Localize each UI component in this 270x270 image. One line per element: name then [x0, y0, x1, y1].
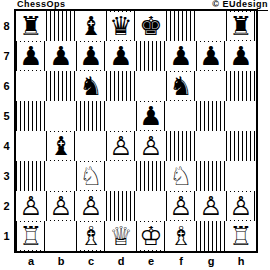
square-e6[interactable] [136, 71, 166, 101]
black-rook-piece[interactable]: ♜ [19, 12, 42, 40]
black-bishop-piece[interactable]: ♝ [48, 132, 73, 160]
square-d6[interactable] [106, 71, 136, 101]
square-c8[interactable]: ♝ [76, 11, 106, 41]
square-f1[interactable]: ♗ [166, 221, 196, 251]
file-label-h: h [226, 254, 256, 268]
rank-label-6: 6 [0, 71, 13, 101]
square-f2[interactable]: ♙ [166, 191, 196, 221]
square-b8[interactable] [46, 11, 76, 41]
black-pawn-piece[interactable]: ♟ [18, 42, 43, 70]
square-f5[interactable] [166, 101, 196, 131]
square-h6[interactable] [226, 71, 256, 101]
rank-label-2: 2 [0, 191, 13, 221]
square-h7[interactable]: ♟ [226, 41, 256, 71]
black-knight-piece[interactable]: ♞ [79, 72, 102, 100]
square-f6[interactable]: ♞ [166, 71, 196, 101]
square-h4[interactable] [226, 131, 256, 161]
white-pawn-piece[interactable]: ♙ [139, 132, 162, 160]
black-knight-piece[interactable]: ♞ [168, 72, 193, 100]
square-f4[interactable] [166, 131, 196, 161]
black-queen-piece[interactable]: ♛ [108, 12, 133, 40]
square-e3[interactable] [136, 161, 166, 191]
file-label-e: e [136, 254, 166, 268]
square-f3[interactable]: ♘ [166, 161, 196, 191]
square-a3[interactable] [16, 161, 46, 191]
square-c1[interactable]: ♗ [76, 221, 106, 251]
square-a1[interactable]: ♖ [16, 221, 46, 251]
square-a8[interactable]: ♜ [16, 11, 46, 41]
board-frame: ♜♝♛♚♜♟♟♟♟♟♟♟♞♞♟♝♙♙♘♘♙♙♙♙♙♙♖♗♕♔♗♖ [14, 9, 258, 253]
file-label-d: d [106, 254, 136, 268]
file-label-f: f [166, 254, 196, 268]
white-rook-piece[interactable]: ♖ [18, 222, 43, 250]
black-bishop-piece[interactable]: ♝ [79, 12, 102, 40]
square-d2[interactable] [106, 191, 136, 221]
square-a2[interactable]: ♙ [16, 191, 46, 221]
white-pawn-piece[interactable]: ♙ [19, 192, 42, 220]
square-c6[interactable]: ♞ [76, 71, 106, 101]
rank-label-3: 3 [0, 161, 13, 191]
board: ♜♝♛♚♜♟♟♟♟♟♟♟♞♞♟♝♙♙♘♘♙♙♙♙♙♙♖♗♕♔♗♖ [16, 11, 256, 251]
white-rook-piece[interactable]: ♖ [229, 222, 252, 250]
square-c2[interactable]: ♙ [76, 191, 106, 221]
square-b4[interactable]: ♝ [46, 131, 76, 161]
square-a5[interactable] [16, 101, 46, 131]
white-pawn-piece[interactable]: ♙ [199, 192, 222, 220]
black-pawn-piece[interactable]: ♟ [138, 102, 163, 130]
rank-label-4: 4 [0, 131, 13, 161]
white-pawn-piece[interactable]: ♙ [108, 132, 133, 160]
white-bishop-piece[interactable]: ♗ [78, 222, 103, 250]
black-king-piece[interactable]: ♚ [139, 12, 162, 40]
rank-label-1: 1 [0, 221, 13, 251]
square-h5[interactable] [226, 101, 256, 131]
square-b7[interactable]: ♟ [46, 41, 76, 71]
square-b6[interactable] [46, 71, 76, 101]
square-c3[interactable]: ♘ [76, 161, 106, 191]
square-d4[interactable]: ♙ [106, 131, 136, 161]
square-d1[interactable]: ♕ [106, 221, 136, 251]
square-g6[interactable] [196, 71, 226, 101]
square-g1[interactable] [196, 221, 226, 251]
square-d8[interactable]: ♛ [106, 11, 136, 41]
square-a6[interactable] [16, 71, 46, 101]
square-e8[interactable]: ♚ [136, 11, 166, 41]
square-e5[interactable]: ♟ [136, 101, 166, 131]
square-e1[interactable]: ♔ [136, 221, 166, 251]
square-b2[interactable]: ♙ [46, 191, 76, 221]
chess-diagram: ChessOps © EUdesign ♜♝♛♚♜♟♟♟♟♟♟♟♞♞♟♝♙♙♘♘… [0, 0, 270, 270]
white-knight-piece[interactable]: ♘ [78, 162, 103, 190]
square-b5[interactable] [46, 101, 76, 131]
file-label-g: g [196, 254, 226, 268]
square-d3[interactable] [106, 161, 136, 191]
square-h3[interactable] [226, 161, 256, 191]
square-h1[interactable]: ♖ [226, 221, 256, 251]
white-knight-piece[interactable]: ♘ [169, 162, 192, 190]
white-pawn-piece[interactable]: ♙ [79, 192, 102, 220]
square-f8[interactable] [166, 11, 196, 41]
square-a4[interactable] [16, 131, 46, 161]
square-a7[interactable]: ♟ [16, 41, 46, 71]
square-c4[interactable] [76, 131, 106, 161]
square-d5[interactable] [106, 101, 136, 131]
rank-label-7: 7 [0, 41, 13, 71]
black-pawn-piece[interactable]: ♟ [49, 42, 72, 70]
square-c5[interactable] [76, 101, 106, 131]
rank-label-5: 5 [0, 101, 13, 131]
square-g2[interactable]: ♙ [196, 191, 226, 221]
square-b3[interactable] [46, 161, 76, 191]
square-b1[interactable] [46, 221, 76, 251]
black-rook-piece[interactable]: ♜ [228, 12, 253, 40]
square-g7[interactable]: ♟ [196, 41, 226, 71]
file-label-c: c [76, 254, 106, 268]
square-h8[interactable]: ♜ [226, 11, 256, 41]
black-pawn-piece[interactable]: ♟ [109, 42, 132, 70]
square-h2[interactable]: ♙ [226, 191, 256, 221]
black-pawn-piece[interactable]: ♟ [198, 42, 223, 70]
square-e2[interactable] [136, 191, 166, 221]
square-d7[interactable]: ♟ [106, 41, 136, 71]
square-g4[interactable] [196, 131, 226, 161]
white-pawn-piece[interactable]: ♙ [168, 192, 193, 220]
white-pawn-piece[interactable]: ♙ [228, 192, 253, 220]
rank-label-8: 8 [0, 11, 13, 41]
square-g3[interactable] [196, 161, 226, 191]
square-g8[interactable] [196, 11, 226, 41]
black-pawn-piece[interactable]: ♟ [78, 42, 103, 70]
square-c7[interactable]: ♟ [76, 41, 106, 71]
black-pawn-piece[interactable]: ♟ [169, 42, 192, 70]
square-g5[interactable] [196, 101, 226, 131]
file-label-b: b [46, 254, 76, 268]
white-bishop-piece[interactable]: ♗ [169, 222, 192, 250]
square-e4[interactable]: ♙ [136, 131, 166, 161]
black-pawn-piece[interactable]: ♟ [229, 42, 252, 70]
white-queen-piece[interactable]: ♕ [109, 222, 132, 250]
white-king-piece[interactable]: ♔ [138, 222, 163, 250]
square-f7[interactable]: ♟ [166, 41, 196, 71]
white-pawn-piece[interactable]: ♙ [48, 192, 73, 220]
file-label-a: a [16, 254, 46, 268]
square-e7[interactable] [136, 41, 166, 71]
